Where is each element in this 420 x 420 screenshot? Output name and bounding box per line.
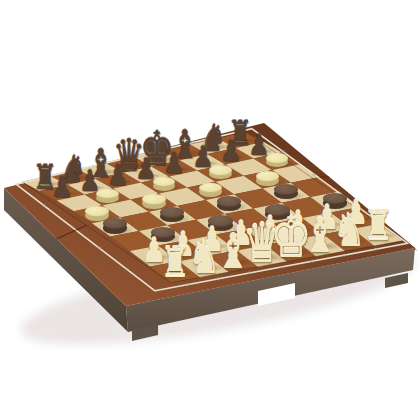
hinge-screw-dot: [70, 226, 73, 229]
hinge-screw-dot: [43, 204, 46, 207]
hinge-screw-dot: [343, 254, 346, 257]
hinge-screw-dot: [375, 248, 378, 251]
hinge-screw-dot: [375, 219, 378, 222]
hinge-screw-dot: [126, 268, 129, 271]
product-photo: ♜♞♝♛♚♝♞♜♟♟♟♟♟♟♟♟♟♟♟♟♟♟♟♟♜♞♝♛♚♝♞♜: [0, 0, 420, 420]
hinge-screw-dot: [248, 272, 251, 275]
hinge-screw-dot: [98, 247, 101, 250]
chess-board: [0, 0, 420, 420]
hinge-screw-dot: [282, 150, 285, 153]
hinge-screw-dot: [74, 169, 77, 172]
hinge-screw-dot: [185, 284, 188, 287]
hinge-screw-dot: [192, 141, 195, 144]
hinge-screw-dot: [133, 155, 136, 158]
hinge-screw-dot: [344, 196, 347, 199]
hinge-screw-dot: [217, 278, 220, 281]
hinge-screw-dot: [313, 173, 316, 176]
hinge-screw-dot: [312, 260, 315, 263]
hinge-screw-dot: [280, 266, 283, 269]
